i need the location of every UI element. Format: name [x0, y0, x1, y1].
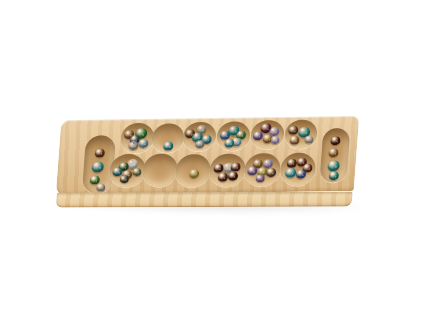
- glass-bead: [95, 183, 105, 191]
- glass-bead: [288, 125, 299, 134]
- pit-bottom-4[interactable]: [208, 153, 246, 187]
- board-top-surface: [56, 116, 359, 195]
- pit-top-3[interactable]: [181, 121, 216, 150]
- glass-bead: [189, 169, 200, 178]
- glass-bead: [91, 161, 104, 172]
- glass-bead: [138, 138, 149, 147]
- glass-bead: [228, 171, 239, 180]
- glass-bead: [255, 174, 265, 182]
- glass-bead: [263, 159, 274, 168]
- board-front-edge: [56, 192, 353, 208]
- glass-bead: [247, 166, 258, 175]
- pit-top-4[interactable]: [215, 121, 250, 150]
- glass-bead: [287, 158, 298, 167]
- pit-bottom-3[interactable]: [174, 153, 211, 187]
- glass-bead: [296, 169, 307, 178]
- glass-bead: [270, 136, 280, 144]
- glass-bead: [230, 162, 241, 171]
- glass-bead: [266, 168, 277, 177]
- glass-bead: [132, 168, 142, 176]
- product-photo-scene: [0, 0, 423, 318]
- pit-bottom-5[interactable]: [243, 152, 281, 186]
- glass-bead: [128, 140, 139, 149]
- pit-bottom-6[interactable]: [279, 152, 316, 186]
- glass-bead: [95, 148, 106, 157]
- glass-bead: [224, 138, 235, 147]
- pit-top-6[interactable]: [284, 119, 318, 148]
- glass-bead: [284, 168, 296, 178]
- glass-bead: [330, 136, 341, 145]
- pit-top-2[interactable]: [151, 123, 185, 152]
- mancala-board: [55, 116, 360, 209]
- store-right[interactable]: [319, 128, 350, 182]
- pit-top-1[interactable]: [119, 123, 154, 153]
- glass-bead: [163, 141, 174, 150]
- glass-bead: [328, 148, 339, 157]
- glass-bead: [119, 175, 129, 183]
- pit-bottom-2[interactable]: [141, 153, 178, 187]
- glass-bead: [329, 171, 340, 180]
- glass-bead: [218, 172, 229, 181]
- glass-bead: [304, 136, 314, 144]
- glass-bead: [195, 140, 205, 148]
- glass-bead: [213, 163, 224, 172]
- glass-bead: [327, 160, 340, 171]
- pit-top-5[interactable]: [249, 119, 284, 148]
- glass-bead: [289, 135, 300, 144]
